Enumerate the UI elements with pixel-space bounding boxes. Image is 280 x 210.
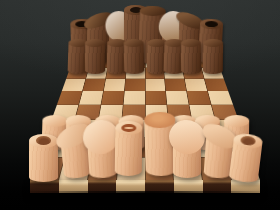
- square-b6: [83, 79, 105, 91]
- square-d8: [127, 58, 145, 68]
- square-f4: [168, 105, 192, 120]
- square-d7: [126, 68, 145, 79]
- square-g3: [192, 120, 219, 137]
- square-e6: [145, 79, 165, 91]
- square-d1: [117, 158, 145, 180]
- black-queen-d8: [124, 10, 147, 64]
- square-e5: [145, 91, 166, 104]
- square-c3: [95, 120, 121, 137]
- square-f2: [171, 138, 199, 157]
- square-b2: [65, 138, 94, 157]
- chess-set-photo: [0, 0, 280, 210]
- square-e3: [145, 120, 169, 137]
- square-a5: [57, 91, 82, 104]
- square-e2: [145, 138, 171, 157]
- square-f6: [165, 79, 186, 91]
- square-g7: [183, 68, 204, 79]
- square-h8: [199, 58, 220, 68]
- square-c6: [104, 79, 125, 91]
- square-d4: [122, 105, 145, 120]
- board-cast-shadow: [24, 191, 266, 201]
- square-c7: [106, 68, 126, 79]
- square-d2: [119, 138, 145, 157]
- chess-board-perspective-wrap: [30, 58, 260, 180]
- square-c5: [101, 91, 124, 104]
- square-e7: [145, 68, 164, 79]
- square-e8: [145, 58, 163, 68]
- square-h4: [212, 105, 239, 120]
- chess-board: [30, 58, 260, 180]
- square-b4: [75, 105, 100, 120]
- square-b5: [79, 91, 103, 104]
- square-a8: [70, 58, 91, 68]
- square-g8: [181, 58, 201, 68]
- square-a6: [62, 79, 85, 91]
- square-b1: [59, 158, 91, 180]
- black-king-e8: [138, 11, 165, 65]
- square-b7: [86, 68, 107, 79]
- square-f8: [163, 58, 182, 68]
- square-h2: [221, 138, 252, 157]
- square-d5: [123, 91, 144, 104]
- square-b3: [70, 120, 97, 137]
- square-h5: [208, 91, 233, 104]
- square-b8: [89, 58, 109, 68]
- square-d3: [120, 120, 144, 137]
- square-h3: [216, 120, 245, 137]
- square-f3: [169, 120, 195, 137]
- square-a3: [45, 120, 74, 137]
- square-c1: [88, 158, 118, 180]
- square-h1: [226, 158, 260, 180]
- square-d6: [125, 79, 145, 91]
- square-h6: [205, 79, 228, 91]
- square-a7: [66, 68, 88, 79]
- square-g4: [190, 105, 215, 120]
- square-h7: [202, 68, 224, 79]
- square-c2: [92, 138, 120, 157]
- square-e1: [145, 158, 173, 180]
- square-f5: [166, 91, 189, 104]
- square-g6: [185, 79, 207, 91]
- square-g5: [187, 91, 211, 104]
- square-e4: [145, 105, 168, 120]
- square-c8: [108, 58, 127, 68]
- square-f7: [164, 68, 184, 79]
- square-f1: [172, 158, 202, 180]
- square-c4: [98, 105, 122, 120]
- square-a4: [52, 105, 79, 120]
